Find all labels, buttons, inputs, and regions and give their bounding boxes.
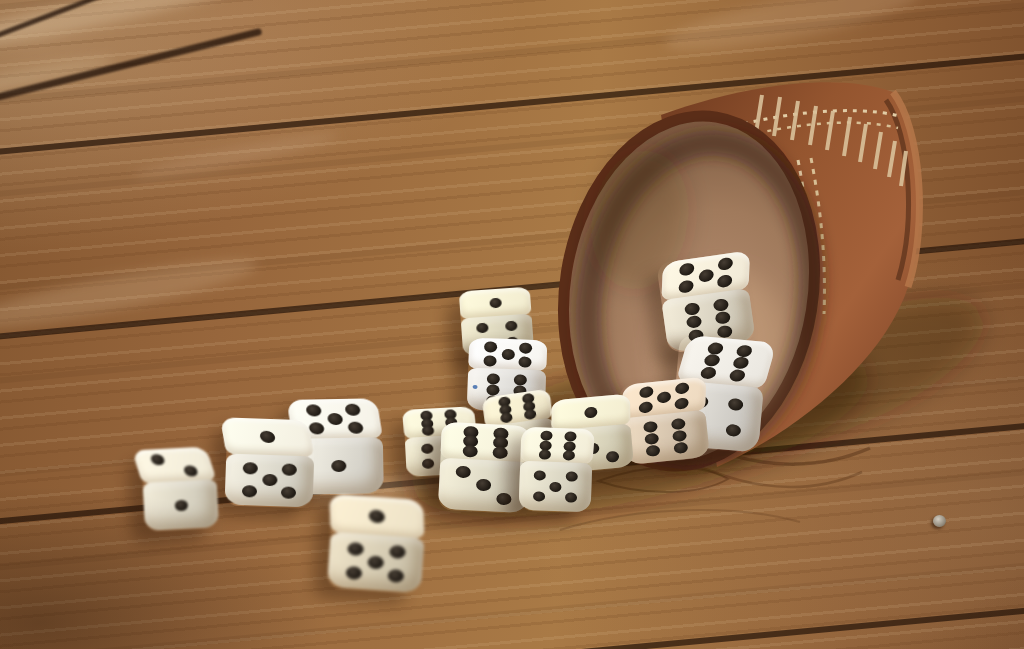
pip	[389, 545, 406, 559]
die-front-face	[621, 410, 709, 466]
pip	[345, 404, 362, 416]
die-A	[141, 446, 219, 532]
dice-layer	[0, 0, 1024, 649]
pip	[717, 325, 734, 339]
pip	[487, 384, 500, 395]
pip	[367, 555, 384, 569]
pip	[639, 386, 653, 399]
screw-head	[933, 515, 946, 527]
pip	[675, 382, 689, 395]
pip	[421, 425, 434, 436]
pip	[732, 357, 750, 370]
die-front-face	[519, 461, 593, 512]
die-top-face	[440, 422, 530, 464]
pip	[717, 274, 732, 288]
pip	[387, 569, 404, 583]
pip	[462, 445, 477, 458]
pip	[671, 417, 686, 429]
pip	[369, 509, 385, 523]
pip	[674, 442, 689, 454]
pip	[487, 373, 500, 384]
pip	[644, 432, 659, 444]
pip	[672, 429, 687, 441]
die-front-face	[438, 458, 530, 514]
pip	[496, 492, 512, 505]
pip	[476, 323, 489, 334]
pip	[174, 499, 188, 511]
pip	[242, 485, 257, 498]
pip	[715, 311, 732, 325]
pip	[183, 466, 200, 478]
photo-scene	[0, 0, 1024, 649]
die-blue-speck	[472, 385, 477, 389]
pip	[513, 374, 526, 385]
pip	[484, 342, 497, 353]
die-B	[224, 417, 315, 508]
pip	[643, 420, 658, 432]
pip	[725, 424, 741, 437]
pip	[493, 446, 508, 459]
pip	[455, 466, 471, 479]
pip	[262, 474, 277, 487]
pip	[683, 302, 700, 316]
die-top-face	[132, 447, 217, 484]
pip	[149, 454, 166, 466]
die-front-face	[143, 479, 219, 531]
pip	[281, 464, 296, 477]
die-H	[519, 427, 594, 513]
pip	[305, 404, 322, 416]
pip	[638, 401, 652, 414]
die-front-face	[327, 532, 425, 593]
pip	[505, 321, 518, 332]
pip	[718, 257, 733, 271]
die-top-face	[468, 338, 547, 372]
pip	[331, 460, 346, 472]
die-top-face	[520, 427, 595, 464]
pip	[476, 479, 492, 492]
pip	[523, 409, 536, 421]
pip	[713, 297, 730, 311]
pip	[347, 421, 364, 433]
pip	[259, 431, 276, 444]
pip	[533, 492, 545, 502]
pip	[679, 263, 694, 277]
pip	[243, 462, 258, 475]
pip	[706, 342, 724, 355]
pip	[518, 356, 531, 367]
pip	[645, 445, 660, 457]
pip	[606, 451, 620, 463]
pip	[500, 412, 513, 424]
die-D	[327, 494, 427, 594]
pip	[501, 349, 514, 360]
pip	[565, 471, 577, 481]
pip	[565, 493, 577, 503]
pip	[736, 345, 754, 358]
pip	[563, 450, 576, 460]
die-top-face	[220, 417, 314, 457]
pip	[702, 354, 720, 367]
pip	[699, 366, 717, 379]
pip	[534, 470, 546, 480]
pip	[698, 268, 713, 282]
pip	[347, 542, 364, 556]
pip	[675, 397, 689, 410]
pip	[346, 566, 363, 580]
pip	[729, 369, 747, 382]
pip	[584, 407, 597, 419]
pip	[657, 391, 671, 404]
pip	[421, 443, 434, 454]
pip	[679, 280, 694, 294]
pip	[326, 413, 343, 425]
pip	[421, 459, 434, 470]
pip	[281, 486, 296, 499]
pip	[519, 343, 532, 354]
pip	[484, 355, 497, 366]
pip	[728, 398, 744, 411]
pip	[549, 481, 561, 491]
die-F	[438, 422, 531, 515]
die-front-face	[225, 453, 315, 507]
pip	[489, 298, 502, 309]
pip	[685, 315, 702, 329]
pip	[538, 449, 551, 459]
